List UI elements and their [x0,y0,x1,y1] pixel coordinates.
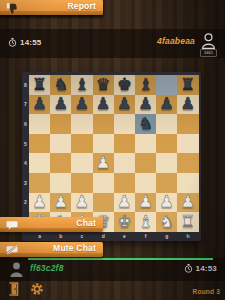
square-c2[interactable]: ♟ [71,193,92,213]
square-f8[interactable]: ♝ [135,75,156,95]
bottom-player-bar: ff63c2f8 14:53 [0,258,225,281]
square-c7[interactable]: ♟ [71,95,92,115]
clock-icon [8,38,17,47]
square-b8[interactable]: ♞ [50,75,71,95]
square-g7[interactable]: ♟ [156,95,177,115]
square-a2[interactable]: ♟ [29,193,50,213]
square-c5[interactable] [71,134,92,154]
black-bishop: ♝ [138,76,153,93]
square-f5[interactable] [135,134,156,154]
file-label-c: c [71,232,92,241]
opponent-clock-time: 14:55 [20,38,41,47]
white-pawn: ♟ [159,193,174,210]
black-queen: ♛ [96,76,111,93]
settings-gear-icon[interactable] [30,282,44,296]
opponent-clock: 14:55 [8,38,41,47]
file-label-b: b [50,232,71,241]
file-label-f: f [135,232,156,241]
white-pawn: ♟ [138,193,153,210]
square-h3[interactable] [177,173,198,193]
chat-icon [6,219,18,231]
square-g8[interactable] [156,75,177,95]
black-pawn: ♟ [117,95,132,112]
black-pawn: ♟ [53,95,68,112]
square-e2[interactable]: ♟ [114,193,135,213]
square-a7[interactable]: ♟ [29,95,50,115]
square-h4[interactable] [177,153,198,173]
black-bishop: ♝ [75,76,90,93]
white-pawn: ♟ [53,193,68,210]
square-h1[interactable]: ♜ [177,212,198,232]
white-pawn: ♟ [181,193,196,210]
chat-button-label: Chat [76,217,96,230]
file-label-g: g [156,232,177,241]
square-b2[interactable]: ♟ [50,193,71,213]
report-button-label: Report [67,0,96,13]
square-h7[interactable]: ♟ [177,95,198,115]
opponent-rating-badge: 1661 [200,49,217,57]
black-pawn: ♟ [159,95,174,112]
square-b4[interactable] [50,153,71,173]
square-h6[interactable] [177,114,198,134]
square-g3[interactable] [156,173,177,193]
board-grid: ♜♞♝♛♚♝♜♟♟♟♟♟♟♟♟♞♟♟♟♟♟♟♟♟♜♞♝♛♚♝♞♜ [29,75,199,232]
square-b7[interactable]: ♟ [50,95,71,115]
square-a6[interactable] [29,114,50,134]
white-pawn: ♟ [117,193,132,210]
top-player-bar: 14:55 4faabeaa [0,29,225,58]
square-f4[interactable] [135,153,156,173]
rank-label-5: 5 [22,134,29,154]
black-pawn: ♟ [138,95,153,112]
square-c3[interactable] [71,173,92,193]
square-b3[interactable] [50,173,71,193]
white-knight: ♞ [159,213,174,230]
square-d2[interactable] [93,193,114,213]
player-name: ff63c2f8 [30,263,64,273]
black-knight: ♞ [138,115,153,132]
white-rook: ♜ [181,213,196,230]
player-clock-time: 14:53 [196,264,217,273]
mute-chat-icon [6,244,18,256]
square-a5[interactable] [29,134,50,154]
square-g1[interactable]: ♞ [156,212,177,232]
black-pawn: ♟ [96,95,111,112]
mute-chat-button-label: Mute Chat [53,242,96,255]
white-pawn: ♟ [96,154,111,171]
square-h2[interactable]: ♟ [177,193,198,213]
opponent-name: 4faabeaa [157,36,195,46]
square-e5[interactable] [114,134,135,154]
square-e8[interactable]: ♚ [114,75,135,95]
white-bishop: ♝ [138,213,153,230]
rank-labels: 87654321 [22,75,29,232]
square-g6[interactable] [156,114,177,134]
black-rook: ♜ [181,76,196,93]
square-f1[interactable]: ♝ [135,212,156,232]
black-pawn: ♟ [75,95,90,112]
square-d3[interactable] [93,173,114,193]
file-label-e: e [114,232,135,241]
square-d4[interactable]: ♟ [93,153,114,173]
white-king: ♚ [117,213,132,230]
mute-chat-button[interactable]: Mute Chat [0,242,103,257]
square-d7[interactable]: ♟ [93,95,114,115]
black-pawn: ♟ [32,95,47,112]
player-avatar-icon [8,261,25,278]
square-h5[interactable] [177,134,198,154]
chess-board: 87654321 ♜♞♝♛♚♝♜♟♟♟♟♟♟♟♟♞♟♟♟♟♟♟♟♟♜♞♝♛♚♝♞… [22,72,201,241]
square-d5[interactable] [93,134,114,154]
square-g5[interactable] [156,134,177,154]
square-d8[interactable]: ♛ [93,75,114,95]
square-h8[interactable]: ♜ [177,75,198,95]
clock-icon [184,264,193,273]
rank-label-6: 6 [22,114,29,134]
square-f6[interactable]: ♞ [135,114,156,134]
rank-label-4: 4 [22,153,29,173]
square-f3[interactable] [135,173,156,193]
black-knight: ♞ [53,76,68,93]
square-a8[interactable]: ♜ [29,75,50,95]
opponent-avatar-icon [200,32,217,50]
square-e3[interactable] [114,173,135,193]
square-g2[interactable]: ♟ [156,193,177,213]
white-pawn: ♟ [75,193,90,210]
square-c4[interactable] [71,153,92,173]
square-f2[interactable]: ♟ [135,193,156,213]
square-d6[interactable] [93,114,114,134]
black-rook: ♜ [32,76,47,93]
player-clock: 14:53 [184,264,217,273]
square-e6[interactable] [114,114,135,134]
square-e1[interactable]: ♚ [114,212,135,232]
thumbs-down-icon [6,2,18,14]
white-pawn: ♟ [32,193,47,210]
square-c6[interactable] [71,114,92,134]
rank-label-3: 3 [22,173,29,193]
file-label-a: a [29,232,50,241]
file-labels: abcdefgh [29,232,199,241]
rank-label-8: 8 [22,75,29,95]
chess-app-screen: 14:55 4faabeaa 1661 87654321 ♜♞♝♛♚♝♜♟♟♟♟… [0,0,225,300]
rank-label-2: 2 [22,193,29,213]
file-label-h: h [177,232,198,241]
black-king: ♚ [117,76,132,93]
report-button[interactable]: Report [0,0,103,15]
chat-button[interactable]: Chat [0,217,103,232]
square-b6[interactable] [50,114,71,134]
exit-door-icon[interactable] [8,282,21,296]
rank-label-7: 7 [22,95,29,115]
black-pawn: ♟ [181,95,196,112]
square-e7[interactable]: ♟ [114,95,135,115]
square-e4[interactable] [114,153,135,173]
square-c8[interactable]: ♝ [71,75,92,95]
file-label-d: d [93,232,114,241]
square-f7[interactable]: ♟ [135,95,156,115]
round-indicator: Round 3 [193,288,220,295]
active-player-timer-line [28,258,213,260]
square-g4[interactable] [156,153,177,173]
square-a4[interactable] [29,153,50,173]
square-a3[interactable] [29,173,50,193]
square-b5[interactable] [50,134,71,154]
